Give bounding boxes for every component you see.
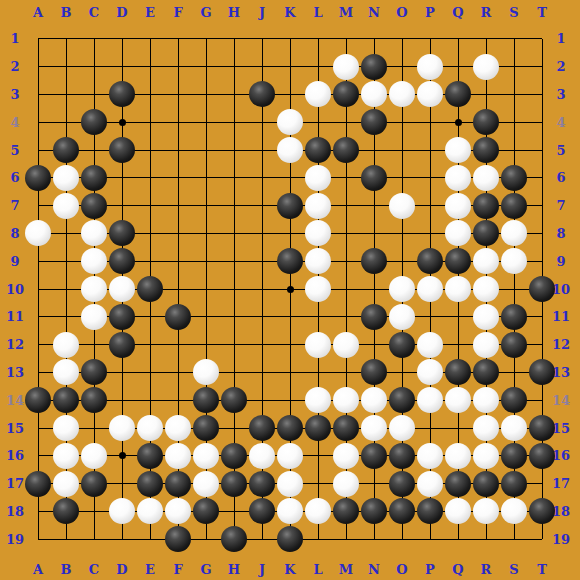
intersection-R14[interactable] [472,386,500,414]
intersection-F6[interactable] [164,164,192,192]
intersection-R15[interactable] [472,414,500,442]
intersection-K17[interactable] [276,470,304,498]
intersection-H1[interactable] [220,25,248,53]
intersection-J9[interactable] [248,247,276,275]
intersection-B4[interactable] [52,108,80,136]
intersection-R6[interactable] [472,164,500,192]
intersection-A11[interactable] [24,303,52,331]
intersection-Q6[interactable] [444,164,472,192]
intersection-A19[interactable] [24,525,52,553]
intersection-O3[interactable] [388,81,416,109]
intersection-H15[interactable] [220,414,248,442]
intersection-C18[interactable] [80,498,108,526]
intersection-M6[interactable] [332,164,360,192]
intersection-L19[interactable] [304,525,332,553]
intersection-J3[interactable] [248,81,276,109]
intersection-S11[interactable] [500,303,528,331]
intersection-C7[interactable] [80,192,108,220]
intersection-O1[interactable] [388,25,416,53]
intersection-P14[interactable] [416,386,444,414]
intersection-K13[interactable] [276,359,304,387]
intersection-M15[interactable] [332,414,360,442]
intersection-L4[interactable] [304,108,332,136]
intersection-S9[interactable] [500,247,528,275]
intersection-K5[interactable] [276,136,304,164]
intersection-L10[interactable] [304,275,332,303]
intersection-E19[interactable] [136,525,164,553]
intersection-J12[interactable] [248,331,276,359]
intersection-F7[interactable] [164,192,192,220]
intersection-O15[interactable] [388,414,416,442]
intersection-F9[interactable] [164,247,192,275]
intersection-B7[interactable] [52,192,80,220]
intersection-O14[interactable] [388,386,416,414]
intersection-L17[interactable] [304,470,332,498]
intersection-K4[interactable] [276,108,304,136]
intersection-S6[interactable] [500,164,528,192]
intersection-B13[interactable] [52,359,80,387]
intersection-F5[interactable] [164,136,192,164]
intersection-M5[interactable] [332,136,360,164]
intersection-E9[interactable] [136,247,164,275]
intersection-E6[interactable] [136,164,164,192]
intersection-M19[interactable] [332,525,360,553]
intersection-G10[interactable] [192,275,220,303]
intersection-P12[interactable] [416,331,444,359]
intersection-P18[interactable] [416,498,444,526]
intersection-S2[interactable] [500,53,528,81]
intersection-G11[interactable] [192,303,220,331]
intersection-N15[interactable] [360,414,388,442]
intersection-K14[interactable] [276,386,304,414]
intersection-E18[interactable] [136,498,164,526]
intersection-H6[interactable] [220,164,248,192]
intersection-B5[interactable] [52,136,80,164]
intersection-B15[interactable] [52,414,80,442]
intersection-E8[interactable] [136,220,164,248]
intersection-Q5[interactable] [444,136,472,164]
intersection-Q18[interactable] [444,498,472,526]
intersection-O11[interactable] [388,303,416,331]
intersection-A16[interactable] [24,442,52,470]
intersection-B12[interactable] [52,331,80,359]
intersection-C19[interactable] [80,525,108,553]
intersection-J13[interactable] [248,359,276,387]
intersection-L18[interactable] [304,498,332,526]
intersection-Q12[interactable] [444,331,472,359]
intersection-N7[interactable] [360,192,388,220]
intersection-H12[interactable] [220,331,248,359]
intersection-J4[interactable] [248,108,276,136]
intersection-D9[interactable] [108,247,136,275]
intersection-F11[interactable] [164,303,192,331]
intersection-Q2[interactable] [444,53,472,81]
intersection-E12[interactable] [136,331,164,359]
intersection-J16[interactable] [248,442,276,470]
intersection-F4[interactable] [164,108,192,136]
intersection-S18[interactable] [500,498,528,526]
intersection-M1[interactable] [332,25,360,53]
intersection-T2[interactable] [528,53,556,81]
intersection-E13[interactable] [136,359,164,387]
intersection-M3[interactable] [332,81,360,109]
intersection-N4[interactable] [360,108,388,136]
intersection-E17[interactable] [136,470,164,498]
intersection-G2[interactable] [192,53,220,81]
intersection-L2[interactable] [304,53,332,81]
intersection-K6[interactable] [276,164,304,192]
intersection-A5[interactable] [24,136,52,164]
intersection-P16[interactable] [416,442,444,470]
intersection-A14[interactable] [24,386,52,414]
intersection-G3[interactable] [192,81,220,109]
intersection-L16[interactable] [304,442,332,470]
intersection-H5[interactable] [220,136,248,164]
intersection-S8[interactable] [500,220,528,248]
intersection-R10[interactable] [472,275,500,303]
intersection-G1[interactable] [192,25,220,53]
intersection-T3[interactable] [528,81,556,109]
intersection-Q3[interactable] [444,81,472,109]
intersection-Q19[interactable] [444,525,472,553]
intersection-G9[interactable] [192,247,220,275]
intersection-A18[interactable] [24,498,52,526]
intersection-A9[interactable] [24,247,52,275]
intersection-R12[interactable] [472,331,500,359]
intersection-P7[interactable] [416,192,444,220]
intersection-S19[interactable] [500,525,528,553]
intersection-J15[interactable] [248,414,276,442]
intersection-C15[interactable] [80,414,108,442]
intersection-L3[interactable] [304,81,332,109]
intersection-H18[interactable] [220,498,248,526]
intersection-P17[interactable] [416,470,444,498]
intersection-L5[interactable] [304,136,332,164]
intersection-S3[interactable] [500,81,528,109]
intersection-J11[interactable] [248,303,276,331]
intersection-N18[interactable] [360,498,388,526]
intersection-T13[interactable] [528,359,556,387]
intersection-P1[interactable] [416,25,444,53]
intersection-T11[interactable] [528,303,556,331]
intersection-D19[interactable] [108,525,136,553]
intersection-P9[interactable] [416,247,444,275]
intersection-O18[interactable] [388,498,416,526]
intersection-G6[interactable] [192,164,220,192]
intersection-O4[interactable] [388,108,416,136]
intersection-D13[interactable] [108,359,136,387]
intersection-N11[interactable] [360,303,388,331]
intersection-C2[interactable] [80,53,108,81]
intersection-N9[interactable] [360,247,388,275]
intersection-L8[interactable] [304,220,332,248]
intersection-D16[interactable] [108,442,136,470]
intersection-A13[interactable] [24,359,52,387]
intersection-A12[interactable] [24,331,52,359]
intersection-S10[interactable] [500,275,528,303]
intersection-J6[interactable] [248,164,276,192]
intersection-B18[interactable] [52,498,80,526]
intersection-K18[interactable] [276,498,304,526]
intersection-F13[interactable] [164,359,192,387]
intersection-G5[interactable] [192,136,220,164]
intersection-F1[interactable] [164,25,192,53]
intersection-E2[interactable] [136,53,164,81]
intersection-N16[interactable] [360,442,388,470]
intersection-C5[interactable] [80,136,108,164]
intersection-E3[interactable] [136,81,164,109]
intersection-D17[interactable] [108,470,136,498]
intersection-R7[interactable] [472,192,500,220]
intersection-A2[interactable] [24,53,52,81]
intersection-Q8[interactable] [444,220,472,248]
intersection-D12[interactable] [108,331,136,359]
intersection-M7[interactable] [332,192,360,220]
intersection-N14[interactable] [360,386,388,414]
intersection-T16[interactable] [528,442,556,470]
intersection-O13[interactable] [388,359,416,387]
intersection-R4[interactable] [472,108,500,136]
intersection-S14[interactable] [500,386,528,414]
intersection-D11[interactable] [108,303,136,331]
intersection-S5[interactable] [500,136,528,164]
intersection-P5[interactable] [416,136,444,164]
intersection-P13[interactable] [416,359,444,387]
intersection-R1[interactable] [472,25,500,53]
intersection-R2[interactable] [472,53,500,81]
intersection-R13[interactable] [472,359,500,387]
intersection-G8[interactable] [192,220,220,248]
intersection-G12[interactable] [192,331,220,359]
intersection-O17[interactable] [388,470,416,498]
intersection-T9[interactable] [528,247,556,275]
intersection-O19[interactable] [388,525,416,553]
intersection-F14[interactable] [164,386,192,414]
intersection-N13[interactable] [360,359,388,387]
intersection-R18[interactable] [472,498,500,526]
intersection-H19[interactable] [220,525,248,553]
intersection-C11[interactable] [80,303,108,331]
intersection-J18[interactable] [248,498,276,526]
intersection-H10[interactable] [220,275,248,303]
intersection-J8[interactable] [248,220,276,248]
intersection-B9[interactable] [52,247,80,275]
intersection-G18[interactable] [192,498,220,526]
intersection-O16[interactable] [388,442,416,470]
intersection-Q4[interactable] [444,108,472,136]
intersection-C14[interactable] [80,386,108,414]
intersection-E4[interactable] [136,108,164,136]
intersection-M10[interactable] [332,275,360,303]
intersection-M17[interactable] [332,470,360,498]
intersection-N1[interactable] [360,25,388,53]
intersection-H3[interactable] [220,81,248,109]
intersection-M11[interactable] [332,303,360,331]
intersection-F16[interactable] [164,442,192,470]
intersection-F19[interactable] [164,525,192,553]
intersection-Q15[interactable] [444,414,472,442]
intersection-R16[interactable] [472,442,500,470]
intersection-G14[interactable] [192,386,220,414]
intersection-N2[interactable] [360,53,388,81]
intersection-K3[interactable] [276,81,304,109]
intersection-G13[interactable] [192,359,220,387]
intersection-P2[interactable] [416,53,444,81]
intersection-A15[interactable] [24,414,52,442]
intersection-Q7[interactable] [444,192,472,220]
intersection-F3[interactable] [164,81,192,109]
intersection-M12[interactable] [332,331,360,359]
intersection-J5[interactable] [248,136,276,164]
intersection-F15[interactable] [164,414,192,442]
intersection-E5[interactable] [136,136,164,164]
intersection-F12[interactable] [164,331,192,359]
intersection-L14[interactable] [304,386,332,414]
intersection-K1[interactable] [276,25,304,53]
intersection-H16[interactable] [220,442,248,470]
intersection-O5[interactable] [388,136,416,164]
intersection-K19[interactable] [276,525,304,553]
intersection-N3[interactable] [360,81,388,109]
intersection-M8[interactable] [332,220,360,248]
intersection-A17[interactable] [24,470,52,498]
intersection-K11[interactable] [276,303,304,331]
intersection-A1[interactable] [24,25,52,53]
intersection-C1[interactable] [80,25,108,53]
intersection-F17[interactable] [164,470,192,498]
intersection-D2[interactable] [108,53,136,81]
intersection-P6[interactable] [416,164,444,192]
intersection-C10[interactable] [80,275,108,303]
intersection-D14[interactable] [108,386,136,414]
intersection-N12[interactable] [360,331,388,359]
intersection-F8[interactable] [164,220,192,248]
intersection-L15[interactable] [304,414,332,442]
intersection-T4[interactable] [528,108,556,136]
intersection-T18[interactable] [528,498,556,526]
intersection-T6[interactable] [528,164,556,192]
intersection-S13[interactable] [500,359,528,387]
intersection-L1[interactable] [304,25,332,53]
intersection-G17[interactable] [192,470,220,498]
intersection-D4[interactable] [108,108,136,136]
intersection-C3[interactable] [80,81,108,109]
intersection-Q17[interactable] [444,470,472,498]
intersection-S15[interactable] [500,414,528,442]
intersection-H13[interactable] [220,359,248,387]
intersection-P15[interactable] [416,414,444,442]
intersection-M13[interactable] [332,359,360,387]
intersection-R11[interactable] [472,303,500,331]
intersection-H9[interactable] [220,247,248,275]
intersection-Q14[interactable] [444,386,472,414]
intersection-B8[interactable] [52,220,80,248]
intersection-J10[interactable] [248,275,276,303]
intersection-T19[interactable] [528,525,556,553]
intersection-J19[interactable] [248,525,276,553]
intersection-M18[interactable] [332,498,360,526]
intersection-D7[interactable] [108,192,136,220]
intersection-O6[interactable] [388,164,416,192]
intersection-P10[interactable] [416,275,444,303]
intersection-A7[interactable] [24,192,52,220]
intersection-Q9[interactable] [444,247,472,275]
intersection-L6[interactable] [304,164,332,192]
intersection-D5[interactable] [108,136,136,164]
intersection-D1[interactable] [108,25,136,53]
intersection-D18[interactable] [108,498,136,526]
intersection-Q10[interactable] [444,275,472,303]
intersection-H2[interactable] [220,53,248,81]
intersection-T7[interactable] [528,192,556,220]
intersection-F2[interactable] [164,53,192,81]
intersection-K2[interactable] [276,53,304,81]
intersection-Q11[interactable] [444,303,472,331]
intersection-T8[interactable] [528,220,556,248]
intersection-B1[interactable] [52,25,80,53]
intersection-A8[interactable] [24,220,52,248]
intersection-A3[interactable] [24,81,52,109]
intersection-C9[interactable] [80,247,108,275]
intersection-C4[interactable] [80,108,108,136]
intersection-J7[interactable] [248,192,276,220]
intersection-K8[interactable] [276,220,304,248]
intersection-F18[interactable] [164,498,192,526]
intersection-B14[interactable] [52,386,80,414]
intersection-O9[interactable] [388,247,416,275]
intersection-C8[interactable] [80,220,108,248]
intersection-L12[interactable] [304,331,332,359]
intersection-N10[interactable] [360,275,388,303]
intersection-R17[interactable] [472,470,500,498]
intersection-H14[interactable] [220,386,248,414]
intersection-N8[interactable] [360,220,388,248]
intersection-K7[interactable] [276,192,304,220]
intersection-J14[interactable] [248,386,276,414]
intersection-M16[interactable] [332,442,360,470]
intersection-G16[interactable] [192,442,220,470]
intersection-G4[interactable] [192,108,220,136]
intersection-K15[interactable] [276,414,304,442]
intersection-P8[interactable] [416,220,444,248]
intersection-G15[interactable] [192,414,220,442]
intersection-R19[interactable] [472,525,500,553]
intersection-R9[interactable] [472,247,500,275]
intersection-B11[interactable] [52,303,80,331]
intersection-H11[interactable] [220,303,248,331]
intersection-P3[interactable] [416,81,444,109]
intersection-H4[interactable] [220,108,248,136]
intersection-E10[interactable] [136,275,164,303]
intersection-Q16[interactable] [444,442,472,470]
intersection-B2[interactable] [52,53,80,81]
intersection-S1[interactable] [500,25,528,53]
intersection-G7[interactable] [192,192,220,220]
intersection-L11[interactable] [304,303,332,331]
intersection-O10[interactable] [388,275,416,303]
intersection-A4[interactable] [24,108,52,136]
intersection-T10[interactable] [528,275,556,303]
intersection-D10[interactable] [108,275,136,303]
intersection-G19[interactable] [192,525,220,553]
intersection-S7[interactable] [500,192,528,220]
intersection-N19[interactable] [360,525,388,553]
intersection-M9[interactable] [332,247,360,275]
intersection-L7[interactable] [304,192,332,220]
intersection-H8[interactable] [220,220,248,248]
intersection-C12[interactable] [80,331,108,359]
intersection-B17[interactable] [52,470,80,498]
